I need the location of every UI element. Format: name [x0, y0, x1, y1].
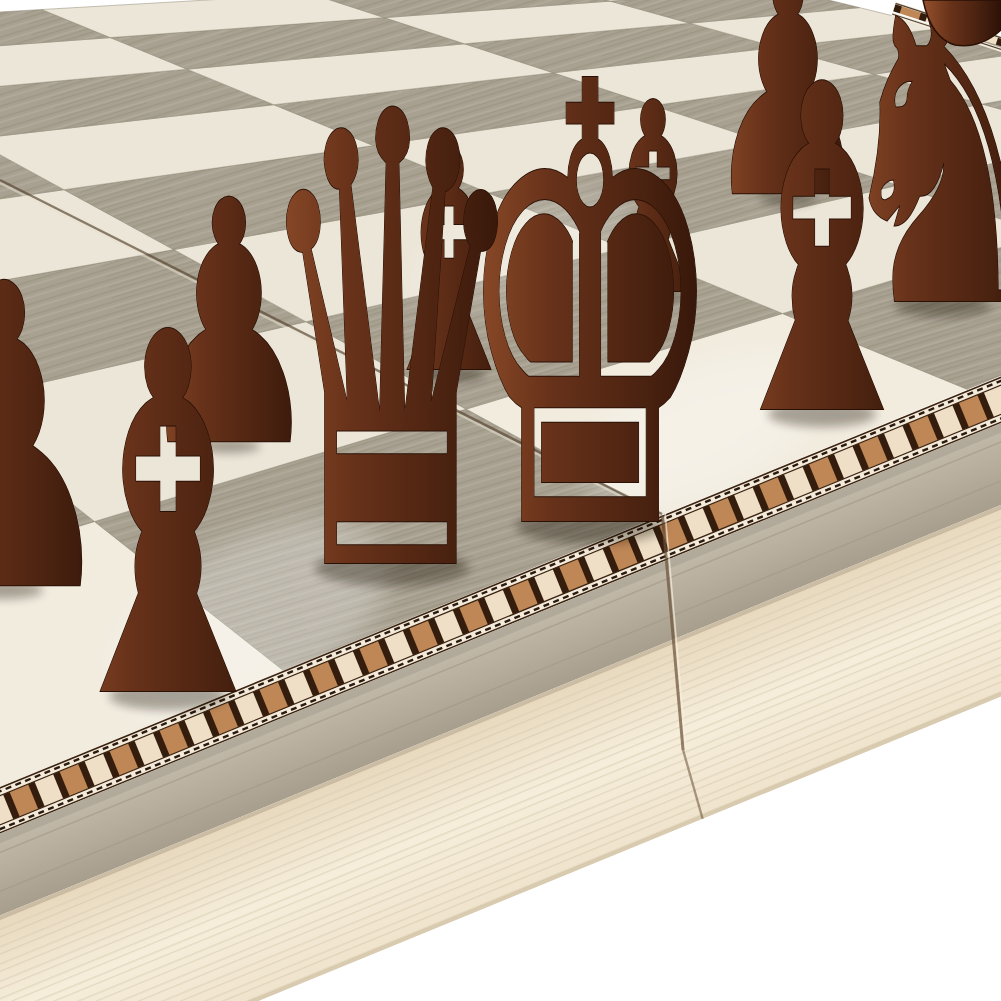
piece-bishop-f1: ♝	[705, 0, 939, 515]
bishop-glyph: ♝	[39, 230, 297, 809]
piece-bishop-c1: ♝	[39, 230, 297, 809]
bishop-glyph: ♝	[705, 0, 939, 515]
chess-photo-stage: ♟♝♞♝♝♟♚♛♟♝	[0, 0, 1001, 1001]
chessboard-photo: ♟♝♞♝♝♟♚♛♟♝	[0, 0, 1001, 1001]
